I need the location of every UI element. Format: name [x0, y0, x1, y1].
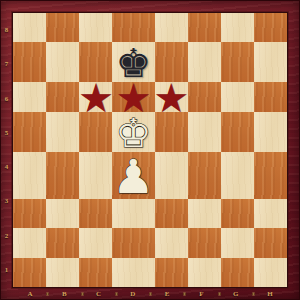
file-label-a: A — [13, 287, 47, 300]
square-g8[interactable] — [221, 13, 254, 42]
square-b1[interactable] — [46, 258, 79, 287]
square-c2[interactable] — [79, 228, 112, 257]
rank-label-5: 5 — [0, 116, 13, 150]
border-stud-icon — [46, 292, 49, 295]
square-h8[interactable] — [254, 13, 287, 42]
rank-label-1: 1 — [0, 253, 13, 287]
square-f8[interactable] — [188, 13, 221, 42]
square-h3[interactable] — [254, 199, 287, 228]
rank-label-3: 3 — [0, 184, 13, 218]
square-g3[interactable] — [221, 199, 254, 228]
square-d4[interactable]: ♟ — [112, 152, 154, 199]
square-e1[interactable] — [155, 258, 188, 287]
square-h2[interactable] — [254, 228, 287, 257]
square-b5[interactable] — [46, 112, 79, 152]
square-d8[interactable] — [112, 13, 154, 42]
square-g4[interactable] — [221, 152, 254, 199]
white-pawn[interactable]: ♟ — [112, 153, 154, 200]
rank-label-7: 7 — [0, 47, 13, 81]
square-b3[interactable] — [46, 199, 79, 228]
square-b2[interactable] — [46, 228, 79, 257]
square-a3[interactable] — [13, 199, 46, 228]
square-a1[interactable] — [13, 258, 46, 287]
square-a6[interactable] — [13, 82, 46, 111]
board-frame: 87654321 ABCDEFGH ♚★★★♚♟ — [0, 0, 300, 300]
square-g6[interactable] — [221, 82, 254, 111]
square-h6[interactable] — [254, 82, 287, 111]
square-f3[interactable] — [188, 199, 221, 228]
square-g2[interactable] — [221, 228, 254, 257]
square-g7[interactable] — [221, 42, 254, 82]
file-label-b: B — [47, 287, 81, 300]
square-c6[interactable]: ★ — [79, 82, 112, 111]
file-label-f: F — [184, 287, 218, 300]
square-d2[interactable] — [112, 228, 154, 257]
rank-label-6: 6 — [0, 82, 13, 116]
square-h4[interactable] — [254, 152, 287, 199]
square-f6[interactable] — [188, 82, 221, 111]
square-d7[interactable]: ♚ — [112, 42, 154, 82]
black-king[interactable]: ♚ — [116, 43, 152, 83]
square-e6[interactable]: ★ — [155, 82, 188, 111]
square-f4[interactable] — [188, 152, 221, 199]
square-a8[interactable] — [13, 13, 46, 42]
square-h7[interactable] — [254, 42, 287, 82]
chess-board: ♚★★★♚♟ — [13, 13, 287, 287]
square-e2[interactable] — [155, 228, 188, 257]
square-a2[interactable] — [13, 228, 46, 257]
file-labels: ABCDEFGH — [13, 287, 287, 300]
square-f5[interactable] — [188, 112, 221, 152]
square-a4[interactable] — [13, 152, 46, 199]
star-marker-c6: ★ — [78, 78, 114, 118]
border-stud-icon — [252, 292, 255, 295]
square-f2[interactable] — [188, 228, 221, 257]
square-f1[interactable] — [188, 258, 221, 287]
square-e8[interactable] — [155, 13, 188, 42]
square-h1[interactable] — [254, 258, 287, 287]
square-f7[interactable] — [188, 42, 221, 82]
border-stud-icon — [149, 292, 152, 295]
square-b6[interactable] — [46, 82, 79, 111]
rank-label-4: 4 — [0, 150, 13, 184]
square-c3[interactable] — [79, 199, 112, 228]
square-d6[interactable]: ★ — [112, 82, 154, 111]
rank-label-8: 8 — [0, 13, 13, 47]
square-d5[interactable]: ♚ — [112, 112, 154, 152]
square-g5[interactable] — [221, 112, 254, 152]
square-a5[interactable] — [13, 112, 46, 152]
square-b4[interactable] — [46, 152, 79, 199]
border-stud-icon — [218, 292, 221, 295]
star-marker-e6: ★ — [153, 78, 189, 118]
square-c1[interactable] — [79, 258, 112, 287]
file-label-c: C — [82, 287, 116, 300]
square-b8[interactable] — [46, 13, 79, 42]
border-stud-icon — [183, 292, 186, 295]
square-a7[interactable] — [13, 42, 46, 82]
border-stud-icon — [81, 292, 84, 295]
square-c4[interactable] — [79, 152, 112, 199]
rank-labels: 87654321 — [0, 13, 13, 287]
square-g1[interactable] — [221, 258, 254, 287]
square-b7[interactable] — [46, 42, 79, 82]
square-e3[interactable] — [155, 199, 188, 228]
file-label-h: H — [253, 287, 287, 300]
file-label-e: E — [150, 287, 184, 300]
rank-label-2: 2 — [0, 219, 13, 253]
file-label-g: G — [219, 287, 253, 300]
square-h5[interactable] — [254, 112, 287, 152]
file-label-d: D — [116, 287, 150, 300]
border-stud-icon — [115, 292, 118, 295]
square-e4[interactable] — [155, 152, 188, 199]
white-king[interactable]: ♚ — [116, 113, 152, 153]
square-c8[interactable] — [79, 13, 112, 42]
square-d1[interactable] — [112, 258, 154, 287]
